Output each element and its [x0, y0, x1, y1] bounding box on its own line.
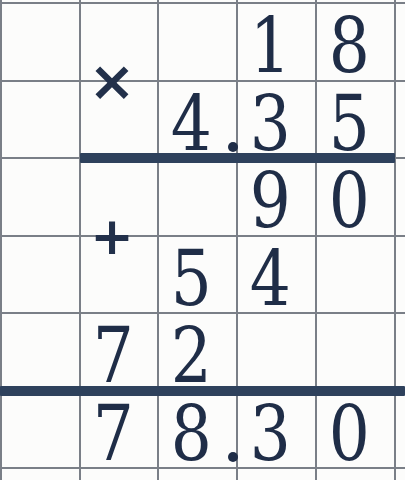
digit: 0 — [329, 163, 370, 239]
digit: 4 — [171, 86, 212, 162]
digit: 2 — [171, 318, 212, 394]
decimal-point — [228, 452, 238, 462]
multiplication-rule — [80, 153, 395, 163]
digit: 3 — [250, 396, 291, 472]
digit: 8 — [171, 396, 212, 472]
digit: 4 — [250, 241, 291, 317]
digit-cell-r3c5: 0 — [316, 158, 395, 236]
digit: 7 — [92, 396, 133, 472]
digit-cell-r6c4: 3 — [237, 391, 316, 468]
digit-cell-r6c2: 7 — [80, 391, 158, 468]
digit-cell-r5c2: 7 — [80, 313, 158, 391]
digit: 1 — [250, 8, 291, 84]
digit: 7 — [92, 318, 133, 394]
digit-cell-r4c3: 5 — [158, 236, 237, 313]
multiplication-grid: 184359054727830×+ — [0, 0, 405, 480]
digit: 9 — [250, 163, 291, 239]
grid-vline-0 — [0, 0, 2, 480]
plus-sign: + — [80, 204, 144, 268]
digit: 5 — [171, 241, 212, 317]
digit-cell-r4c4: 4 — [237, 236, 316, 313]
digit: 5 — [329, 86, 370, 162]
digit-cell-r6c5: 0 — [316, 391, 395, 468]
digit: 0 — [329, 396, 370, 472]
digit-cell-r2c5: 5 — [316, 81, 395, 158]
decimal-point — [228, 142, 238, 152]
digit-cell-r3c4: 9 — [237, 158, 316, 236]
result-rule — [0, 386, 405, 396]
digit-cell-r6c3: 8 — [158, 391, 237, 468]
digit-cell-r2c3: 4 — [158, 81, 237, 158]
digit-cell-r1c5: 8 — [316, 3, 395, 81]
digit: 8 — [329, 8, 370, 84]
multiply-sign: × — [80, 49, 144, 113]
digit-cell-r1c4: 1 — [237, 3, 316, 81]
digit: 3 — [250, 86, 291, 162]
digit-cell-r2c4: 3 — [237, 81, 316, 158]
digit-cell-r5c3: 2 — [158, 313, 237, 391]
